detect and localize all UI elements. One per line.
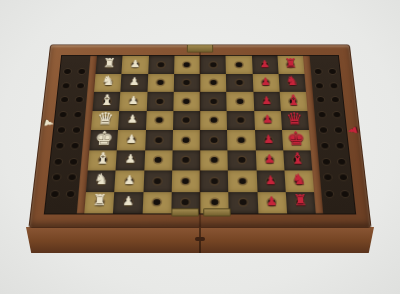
tray-peg-hole bbox=[51, 191, 59, 197]
square[interactable]: ♟ bbox=[122, 56, 149, 74]
bottom-brass-hinge-right bbox=[203, 208, 231, 216]
tray-peg-hole bbox=[320, 127, 328, 132]
peg-hole bbox=[183, 118, 190, 123]
square[interactable]: ♟ bbox=[251, 56, 278, 74]
white-pawn[interactable]: ♟ bbox=[128, 95, 139, 105]
tray-peg-hole bbox=[67, 191, 75, 197]
tray-peg-hole bbox=[53, 175, 61, 181]
peg-hole bbox=[239, 178, 246, 184]
square[interactable] bbox=[142, 192, 171, 214]
tray-peg-hole bbox=[333, 112, 340, 117]
square[interactable] bbox=[172, 170, 200, 191]
peg-hole bbox=[235, 62, 242, 67]
square[interactable]: ♜ bbox=[285, 192, 315, 214]
tray-peg-hole bbox=[62, 83, 69, 88]
white-pawn[interactable]: ♟ bbox=[129, 77, 140, 87]
tray-peg-hole bbox=[335, 127, 343, 132]
box-latch-notch bbox=[195, 237, 205, 241]
red-bishop[interactable]: ♝ bbox=[286, 93, 301, 107]
red-pawn[interactable]: ♟ bbox=[261, 95, 272, 105]
tray-peg-hole bbox=[332, 97, 339, 102]
peg-hole bbox=[155, 137, 162, 143]
square[interactable]: ♞ bbox=[284, 170, 314, 191]
peg-hole bbox=[155, 157, 162, 163]
square[interactable] bbox=[200, 56, 226, 74]
travel-chess-box: ♜♟♟♜♞♟♟♞♝♟♟♝♛♟♟♛♚♟♟♚♝♟♟♝♞♟♟♞♜♟♟♜ ♟ ♟ bbox=[28, 44, 371, 228]
tray-peg-hole bbox=[321, 143, 329, 149]
red-pawn[interactable]: ♟ bbox=[264, 154, 276, 165]
square[interactable]: ♟ bbox=[253, 92, 281, 111]
square[interactable] bbox=[200, 74, 226, 92]
square[interactable] bbox=[200, 92, 227, 111]
red-bishop[interactable]: ♝ bbox=[290, 151, 306, 166]
peg-hole bbox=[210, 99, 217, 104]
chess-board: ♜♟♟♜♞♟♟♞♝♟♟♝♛♟♟♛♚♟♟♚♝♟♟♝♞♟♟♞♜♟♟♜ bbox=[84, 56, 315, 214]
square[interactable] bbox=[174, 74, 200, 92]
square[interactable] bbox=[146, 111, 174, 130]
top-brass-hinge bbox=[187, 44, 213, 52]
box-front-panel bbox=[26, 227, 374, 253]
square[interactable]: ♟ bbox=[257, 192, 287, 214]
loose-white-pawn[interactable]: ♟ bbox=[42, 118, 55, 129]
white-rook[interactable]: ♜ bbox=[92, 194, 107, 209]
peg-hole bbox=[239, 199, 247, 205]
square[interactable]: ♟ bbox=[252, 74, 279, 92]
peg-hole bbox=[156, 118, 163, 123]
square[interactable] bbox=[227, 130, 255, 150]
square[interactable] bbox=[226, 56, 252, 74]
tray-peg-hole bbox=[338, 159, 346, 165]
tray-peg-hole bbox=[74, 112, 81, 117]
red-pawn[interactable]: ♟ bbox=[263, 133, 274, 144]
tray-peg-hole bbox=[78, 69, 85, 74]
peg-hole bbox=[238, 137, 245, 143]
square[interactable]: ♟ bbox=[256, 170, 285, 191]
peg-hole bbox=[182, 157, 189, 163]
tray-peg-hole bbox=[339, 175, 347, 181]
tray-peg-hole bbox=[70, 159, 78, 165]
square[interactable]: ♞ bbox=[278, 74, 306, 92]
tray-peg-hole bbox=[58, 127, 66, 132]
square[interactable]: ♟ bbox=[115, 170, 144, 191]
loose-red-pawn[interactable]: ♟ bbox=[346, 125, 359, 136]
peg-hole bbox=[210, 137, 217, 143]
square[interactable]: ♜ bbox=[96, 56, 123, 74]
red-pawn[interactable]: ♟ bbox=[266, 195, 278, 207]
tray-peg-hole bbox=[336, 143, 344, 149]
square[interactable] bbox=[147, 74, 174, 92]
peg-hole bbox=[157, 80, 164, 85]
peg-hole bbox=[158, 62, 165, 67]
tray-peg-hole bbox=[317, 97, 324, 102]
square[interactable] bbox=[200, 130, 228, 150]
box-wooden-rim: ♜♟♟♜♞♟♟♞♝♟♟♝♛♟♟♛♚♟♟♚♝♟♟♝♞♟♟♞♜♟♟♜ ♟ ♟ bbox=[28, 44, 371, 228]
tray-peg-hole bbox=[315, 69, 322, 74]
tray-peg-hole bbox=[324, 175, 332, 181]
white-pawn[interactable]: ♟ bbox=[126, 133, 137, 144]
tray-peg-hole bbox=[316, 83, 323, 88]
red-rook[interactable]: ♜ bbox=[284, 57, 298, 69]
red-knight[interactable]: ♞ bbox=[291, 172, 306, 187]
square[interactable] bbox=[173, 111, 200, 130]
tray-peg-hole bbox=[64, 69, 71, 74]
tray-peg-hole bbox=[68, 175, 76, 181]
tray-peg-hole bbox=[73, 127, 81, 132]
tray-peg-hole bbox=[329, 69, 336, 74]
tray-peg-hole bbox=[77, 83, 84, 88]
square[interactable] bbox=[144, 150, 172, 171]
peg-hole bbox=[210, 157, 217, 163]
square[interactable] bbox=[226, 74, 253, 92]
square[interactable]: ♟ bbox=[117, 130, 145, 150]
peg-hole bbox=[236, 80, 243, 85]
white-queen[interactable]: ♛ bbox=[96, 110, 114, 127]
square[interactable]: ♟ bbox=[113, 192, 143, 214]
peg-hole bbox=[183, 99, 190, 104]
square[interactable] bbox=[227, 111, 255, 130]
peg-hole bbox=[183, 80, 190, 85]
peg-hole bbox=[238, 157, 245, 163]
white-pawn[interactable]: ♟ bbox=[125, 154, 137, 165]
square[interactable] bbox=[148, 56, 174, 74]
peg-hole bbox=[210, 80, 217, 85]
peg-hole bbox=[184, 62, 191, 67]
square[interactable]: ♜ bbox=[277, 56, 304, 74]
tray-peg-hole bbox=[56, 143, 64, 149]
square[interactable] bbox=[200, 150, 228, 171]
square[interactable]: ♟ bbox=[121, 74, 148, 92]
square[interactable]: ♞ bbox=[86, 170, 116, 191]
peg-hole bbox=[211, 199, 218, 205]
peg-hole bbox=[182, 178, 189, 184]
red-pawn[interactable]: ♟ bbox=[262, 114, 273, 125]
peg-hole bbox=[182, 199, 189, 205]
red-rook[interactable]: ♜ bbox=[293, 194, 308, 209]
tray-peg-hole bbox=[61, 97, 68, 102]
tray-peg-hole bbox=[76, 97, 83, 102]
white-knight[interactable]: ♞ bbox=[101, 75, 115, 88]
peg-hole bbox=[210, 178, 217, 184]
square[interactable] bbox=[228, 170, 257, 191]
square[interactable]: ♚ bbox=[282, 130, 311, 150]
square[interactable]: ♚ bbox=[89, 130, 118, 150]
square[interactable]: ♟ bbox=[254, 111, 282, 130]
red-king[interactable]: ♚ bbox=[286, 129, 305, 148]
peg-hole bbox=[153, 199, 161, 205]
square[interactable]: ♝ bbox=[88, 150, 117, 171]
peg-hole bbox=[210, 62, 217, 67]
red-pawn[interactable]: ♟ bbox=[259, 59, 270, 69]
white-knight[interactable]: ♞ bbox=[94, 172, 109, 187]
white-pawn[interactable]: ♟ bbox=[123, 174, 135, 186]
peg-hole bbox=[154, 178, 161, 184]
square[interactable]: ♝ bbox=[283, 150, 312, 171]
red-pawn[interactable]: ♟ bbox=[260, 77, 271, 87]
tray-peg-hole bbox=[325, 191, 333, 197]
white-king[interactable]: ♚ bbox=[94, 129, 113, 148]
square[interactable] bbox=[173, 92, 200, 111]
peg-hole bbox=[237, 99, 244, 104]
white-pawn[interactable]: ♟ bbox=[130, 59, 141, 69]
square[interactable] bbox=[200, 170, 228, 191]
square[interactable] bbox=[172, 150, 200, 171]
square[interactable] bbox=[146, 92, 173, 111]
white-bishop[interactable]: ♝ bbox=[95, 151, 111, 166]
tray-peg-hole bbox=[323, 159, 331, 165]
tray-peg-hole bbox=[330, 83, 337, 88]
square[interactable]: ♟ bbox=[118, 111, 146, 130]
board-well: ♜♟♟♜♞♟♟♞♝♟♟♝♛♟♟♛♚♟♟♚♝♟♟♝♞♟♟♞♜♟♟♜ bbox=[44, 55, 356, 215]
peg-hole bbox=[210, 118, 217, 123]
square[interactable]: ♟ bbox=[119, 92, 147, 111]
peg-hole bbox=[156, 99, 163, 104]
square[interactable]: ♟ bbox=[255, 130, 283, 150]
tray-peg-hole bbox=[71, 143, 79, 149]
white-pawn[interactable]: ♟ bbox=[122, 195, 134, 207]
square[interactable] bbox=[228, 192, 257, 214]
tray-peg-hole bbox=[54, 159, 62, 165]
square[interactable] bbox=[145, 130, 173, 150]
square[interactable] bbox=[172, 130, 200, 150]
photo-scene: ♜♟♟♜♞♟♟♞♝♟♟♝♛♟♟♛♚♟♟♚♝♟♟♝♞♟♟♞♜♟♟♜ ♟ ♟ bbox=[0, 0, 400, 294]
square[interactable] bbox=[200, 111, 227, 130]
white-bishop[interactable]: ♝ bbox=[99, 93, 114, 107]
red-knight[interactable]: ♞ bbox=[285, 75, 299, 88]
bottom-brass-hinge-left bbox=[171, 208, 199, 216]
tray-peg-hole bbox=[318, 112, 325, 117]
square[interactable]: ♞ bbox=[94, 74, 122, 92]
white-pawn[interactable]: ♟ bbox=[127, 114, 138, 125]
square[interactable] bbox=[228, 150, 256, 171]
tray-peg-hole bbox=[341, 191, 349, 197]
square[interactable] bbox=[174, 56, 200, 74]
red-queen[interactable]: ♛ bbox=[286, 110, 304, 127]
square[interactable]: ♟ bbox=[255, 150, 284, 171]
square[interactable] bbox=[226, 92, 253, 111]
square[interactable]: ♜ bbox=[84, 192, 114, 214]
peg-hole bbox=[237, 118, 244, 123]
square[interactable]: ♟ bbox=[116, 150, 145, 171]
square[interactable] bbox=[143, 170, 172, 191]
peg-hole bbox=[183, 137, 190, 143]
white-rook[interactable]: ♜ bbox=[102, 57, 116, 69]
tray-peg-hole bbox=[59, 112, 66, 117]
red-pawn[interactable]: ♟ bbox=[265, 174, 277, 186]
